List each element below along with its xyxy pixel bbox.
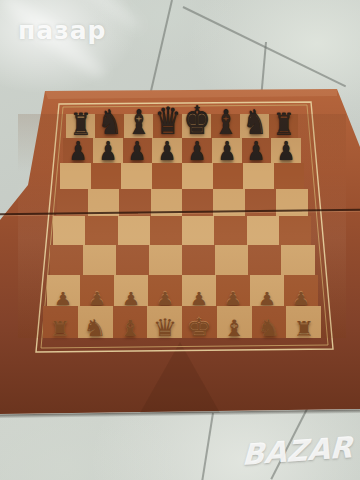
- piece-black-bishop-c8: ♝: [127, 106, 151, 140]
- square-h2[interactable]: ♟: [284, 275, 318, 306]
- square-b1[interactable]: ♞: [78, 306, 113, 338]
- rank-1: ♜♞♝♛♚♝♞♜: [43, 306, 321, 338]
- piece-black-pawn-g7: ♟: [247, 139, 265, 165]
- square-e3[interactable]: [182, 245, 215, 275]
- square-b7[interactable]: ♟: [93, 138, 123, 163]
- piece-black-pawn-h7: ♟: [277, 139, 295, 165]
- piece-black-rook-a8: ♜: [70, 109, 91, 140]
- piece-white-rook-a1: ♜: [50, 319, 71, 340]
- square-h8[interactable]: ♜: [269, 114, 298, 138]
- square-d4[interactable]: [150, 216, 182, 245]
- square-c8[interactable]: ♝: [124, 114, 153, 138]
- square-d6[interactable]: [152, 163, 183, 189]
- square-h6[interactable]: [274, 163, 305, 189]
- square-d8[interactable]: ♛: [153, 114, 182, 138]
- square-c6[interactable]: [121, 163, 152, 189]
- square-c4[interactable]: [118, 216, 150, 245]
- rank-7: ♟♟♟♟♟♟♟♟: [63, 138, 301, 163]
- square-g4[interactable]: [247, 216, 279, 245]
- piece-black-rook-h8: ♜: [273, 109, 294, 140]
- square-h5[interactable]: [276, 189, 307, 216]
- square-h3[interactable]: [281, 245, 314, 275]
- square-a8[interactable]: ♜: [66, 114, 95, 138]
- piece-black-pawn-c7: ♟: [128, 139, 146, 165]
- square-d3[interactable]: [149, 245, 182, 275]
- square-f3[interactable]: [215, 245, 248, 275]
- piece-white-knight-g1: ♞: [257, 317, 281, 340]
- square-a2[interactable]: ♟: [47, 275, 81, 306]
- square-d7[interactable]: ♟: [152, 138, 182, 163]
- piece-black-pawn-f7: ♟: [218, 139, 236, 165]
- rank-4: [53, 216, 311, 245]
- square-f8[interactable]: ♝: [211, 114, 240, 138]
- rank-3: [50, 245, 315, 275]
- square-e7[interactable]: ♟: [182, 138, 212, 163]
- square-g8[interactable]: ♞: [240, 114, 269, 138]
- rank-2: ♟♟♟♟♟♟♟♟: [47, 275, 318, 306]
- piece-black-knight-b8: ♞: [98, 106, 122, 140]
- piece-white-rook-h1: ♜: [293, 319, 314, 340]
- square-g3[interactable]: [248, 245, 281, 275]
- square-f1[interactable]: ♝: [217, 306, 252, 338]
- piece-black-bishop-f8: ♝: [214, 106, 238, 140]
- square-g2[interactable]: ♟: [250, 275, 284, 306]
- square-c7[interactable]: ♟: [123, 138, 153, 163]
- square-a7[interactable]: ♟: [63, 138, 93, 163]
- square-c1[interactable]: ♝: [113, 306, 148, 338]
- piece-white-queen-d1: ♛: [152, 316, 177, 340]
- square-b2[interactable]: ♟: [80, 275, 114, 306]
- piece-black-knight-g8: ♞: [243, 106, 267, 140]
- square-d1[interactable]: ♛: [147, 306, 182, 338]
- square-f4[interactable]: [214, 216, 246, 245]
- square-a3[interactable]: [50, 245, 83, 275]
- rank-8: ♜♞♝♛♚♝♞♜: [66, 114, 298, 138]
- piece-black-queen-d8: ♛: [154, 102, 180, 140]
- square-f2[interactable]: ♟: [216, 275, 250, 306]
- watermark-pazar: пазар: [18, 16, 106, 45]
- square-a1[interactable]: ♜: [43, 306, 78, 338]
- square-h1[interactable]: ♜: [286, 306, 321, 338]
- square-f7[interactable]: ♟: [212, 138, 242, 163]
- piece-black-pawn-d7: ♟: [158, 139, 176, 165]
- photo-scene: ♜♞♝♛♚♝♞♜♟♟♟♟♟♟♟♟♟♟♟♟♟♟♟♟♜♞♝♛♚♝♞♜ пазар B…: [0, 0, 360, 480]
- square-a4[interactable]: [53, 216, 85, 245]
- piece-black-king-e8: ♚: [183, 101, 210, 140]
- square-g1[interactable]: ♞: [252, 306, 287, 338]
- square-a6[interactable]: [60, 163, 91, 189]
- piece-black-pawn-b7: ♟: [99, 139, 117, 165]
- square-d2[interactable]: ♟: [148, 275, 182, 306]
- square-b8[interactable]: ♞: [95, 114, 124, 138]
- square-f6[interactable]: [213, 163, 244, 189]
- square-c3[interactable]: [116, 245, 149, 275]
- piece-black-pawn-e7: ♟: [188, 139, 206, 165]
- square-e4[interactable]: [182, 216, 214, 245]
- square-e8[interactable]: ♚: [182, 114, 211, 138]
- square-g7[interactable]: ♟: [242, 138, 272, 163]
- square-b4[interactable]: [85, 216, 117, 245]
- square-h4[interactable]: [279, 216, 311, 245]
- square-b3[interactable]: [83, 245, 116, 275]
- square-g6[interactable]: [243, 163, 274, 189]
- square-e2[interactable]: ♟: [182, 275, 216, 306]
- piece-white-king-e1: ♚: [187, 315, 213, 340]
- piece-white-bishop-f1: ♝: [223, 318, 246, 341]
- rank-6: [60, 163, 304, 189]
- square-c2[interactable]: ♟: [114, 275, 148, 306]
- piece-white-bishop-c1: ♝: [118, 318, 141, 341]
- square-e1[interactable]: ♚: [182, 306, 217, 338]
- piece-white-knight-b1: ♞: [83, 317, 107, 340]
- square-h7[interactable]: ♟: [271, 138, 301, 163]
- square-b6[interactable]: [91, 163, 122, 189]
- square-e6[interactable]: [182, 163, 213, 189]
- piece-black-pawn-a7: ♟: [69, 139, 87, 165]
